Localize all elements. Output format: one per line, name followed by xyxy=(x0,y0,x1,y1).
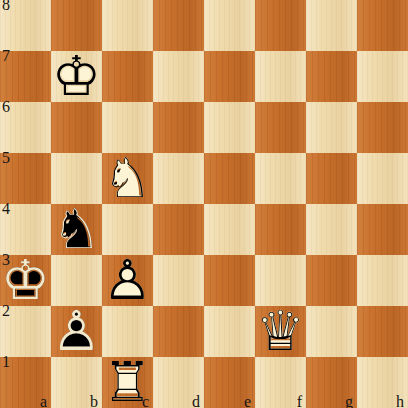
square-f6[interactable] xyxy=(255,102,306,153)
square-a5[interactable]: 5 xyxy=(0,153,51,204)
rank-label-6: 6 xyxy=(2,99,10,116)
square-a8[interactable]: 8 xyxy=(0,0,51,51)
square-c3[interactable]: ♟♙ xyxy=(102,255,153,306)
square-f1[interactable]: f xyxy=(255,357,306,408)
square-d8[interactable] xyxy=(153,0,204,51)
square-c2[interactable] xyxy=(102,306,153,357)
square-g6[interactable] xyxy=(306,102,357,153)
square-e1[interactable]: e xyxy=(204,357,255,408)
square-h6[interactable] xyxy=(357,102,408,153)
file-label-f: f xyxy=(297,394,302,408)
square-h5[interactable] xyxy=(357,153,408,204)
square-c5[interactable]: ♞♘ xyxy=(102,153,153,204)
square-f3[interactable] xyxy=(255,255,306,306)
square-h4[interactable] xyxy=(357,204,408,255)
square-g3[interactable] xyxy=(306,255,357,306)
rank-label-8: 8 xyxy=(2,0,10,14)
square-a4[interactable]: 4 xyxy=(0,204,51,255)
square-e8[interactable] xyxy=(204,0,255,51)
square-e5[interactable] xyxy=(204,153,255,204)
square-f4[interactable] xyxy=(255,204,306,255)
piece-white-king-b7[interactable]: ♚♔ xyxy=(51,51,102,102)
square-h7[interactable] xyxy=(357,51,408,102)
square-f7[interactable] xyxy=(255,51,306,102)
square-g1[interactable]: g xyxy=(306,357,357,408)
piece-black-knight-b4[interactable]: ♞♘ xyxy=(51,204,102,255)
piece-white-queen-f2[interactable]: ♛♕ xyxy=(255,306,306,357)
rank-label-5: 5 xyxy=(2,150,10,167)
square-a1[interactable]: 1a xyxy=(0,357,51,408)
square-h1[interactable]: h xyxy=(357,357,408,408)
square-h3[interactable] xyxy=(357,255,408,306)
piece-white-rook-c1[interactable]: ♜♖ xyxy=(102,357,153,408)
square-g7[interactable] xyxy=(306,51,357,102)
square-b6[interactable] xyxy=(51,102,102,153)
square-g4[interactable] xyxy=(306,204,357,255)
square-b5[interactable] xyxy=(51,153,102,204)
piece-black-king-a3[interactable]: ♚♔ xyxy=(0,255,51,306)
square-e2[interactable] xyxy=(204,306,255,357)
file-label-e: e xyxy=(244,394,251,408)
square-e3[interactable] xyxy=(204,255,255,306)
square-d3[interactable] xyxy=(153,255,204,306)
square-f8[interactable] xyxy=(255,0,306,51)
file-label-d: d xyxy=(192,394,200,408)
square-h2[interactable] xyxy=(357,306,408,357)
rank-label-1: 1 xyxy=(2,354,10,371)
square-h8[interactable] xyxy=(357,0,408,51)
square-f5[interactable] xyxy=(255,153,306,204)
square-d6[interactable] xyxy=(153,102,204,153)
square-d4[interactable] xyxy=(153,204,204,255)
chess-board: 87♚♔65♞♘4♞♘3♚♔♟♙2♟♙♛♕1abc♜♖defgh xyxy=(0,0,408,408)
piece-black-pawn-b2[interactable]: ♟♙ xyxy=(51,306,102,357)
square-d7[interactable] xyxy=(153,51,204,102)
square-e7[interactable] xyxy=(204,51,255,102)
square-b2[interactable]: ♟♙ xyxy=(51,306,102,357)
rank-label-7: 7 xyxy=(2,48,10,65)
square-b3[interactable] xyxy=(51,255,102,306)
square-a7[interactable]: 7 xyxy=(0,51,51,102)
square-c1[interactable]: c♜♖ xyxy=(102,357,153,408)
square-b8[interactable] xyxy=(51,0,102,51)
square-d5[interactable] xyxy=(153,153,204,204)
square-c6[interactable] xyxy=(102,102,153,153)
rank-label-4: 4 xyxy=(2,201,10,218)
square-a2[interactable]: 2 xyxy=(0,306,51,357)
square-a6[interactable]: 6 xyxy=(0,102,51,153)
square-a3[interactable]: 3♚♔ xyxy=(0,255,51,306)
square-e6[interactable] xyxy=(204,102,255,153)
square-g2[interactable] xyxy=(306,306,357,357)
file-label-b: b xyxy=(90,394,98,408)
square-b1[interactable]: b xyxy=(51,357,102,408)
square-b7[interactable]: ♚♔ xyxy=(51,51,102,102)
file-label-h: h xyxy=(396,394,404,408)
square-g8[interactable] xyxy=(306,0,357,51)
piece-white-knight-c5[interactable]: ♞♘ xyxy=(102,153,153,204)
square-e4[interactable] xyxy=(204,204,255,255)
square-g5[interactable] xyxy=(306,153,357,204)
square-c4[interactable] xyxy=(102,204,153,255)
piece-white-pawn-c3[interactable]: ♟♙ xyxy=(102,255,153,306)
square-b4[interactable]: ♞♘ xyxy=(51,204,102,255)
square-f2[interactable]: ♛♕ xyxy=(255,306,306,357)
file-label-g: g xyxy=(345,394,353,408)
square-c8[interactable] xyxy=(102,0,153,51)
square-d2[interactable] xyxy=(153,306,204,357)
square-d1[interactable]: d xyxy=(153,357,204,408)
file-label-a: a xyxy=(40,394,47,408)
square-c7[interactable] xyxy=(102,51,153,102)
